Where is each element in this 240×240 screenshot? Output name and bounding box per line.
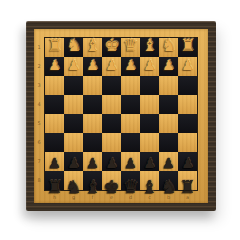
rank-label-1: 1	[34, 38, 44, 57]
black-bishop: ♝	[83, 177, 102, 196]
square-f1: ♝	[83, 38, 102, 57]
square-h6	[45, 133, 64, 152]
rank-label-4: 4	[34, 95, 44, 114]
square-d6	[121, 133, 140, 152]
square-b2: ♟	[159, 57, 178, 76]
black-king: ♚	[102, 177, 121, 196]
rank-label-6: 6	[34, 133, 44, 152]
white-pawn: ♟	[121, 56, 140, 75]
square-f3	[83, 76, 102, 95]
square-b1: ♞	[159, 38, 178, 57]
white-pawn: ♟	[140, 56, 159, 75]
square-c1: ♝	[140, 38, 159, 57]
square-a6	[178, 133, 197, 152]
square-b8: ♞	[159, 171, 178, 190]
square-b5	[159, 114, 178, 133]
black-pawn: ♟	[140, 154, 159, 173]
square-a5	[178, 114, 197, 133]
board-grid: ♜♞♝♚♛♝♞♜♟♟♟♟♟♟♟♟♟♟♟♟♟♟♟♟♜♞♝♚♛♝♞♜	[44, 37, 198, 191]
black-bishop: ♝	[140, 177, 159, 196]
black-knight: ♞	[64, 177, 83, 196]
white-pawn: ♟	[159, 56, 178, 75]
square-c4	[140, 95, 159, 114]
white-pawn: ♟	[102, 56, 121, 75]
square-g3	[64, 76, 83, 95]
square-g7: ♟	[64, 152, 83, 171]
square-d7: ♟	[121, 152, 140, 171]
square-b4	[159, 95, 178, 114]
square-h7: ♟	[45, 152, 64, 171]
white-bishop: ♝	[140, 36, 159, 55]
rank-label-2: 2	[34, 57, 44, 76]
square-f4	[83, 95, 102, 114]
square-d3	[121, 76, 140, 95]
square-h2: ♟	[45, 57, 64, 76]
square-a8: ♜	[178, 171, 197, 190]
white-knight: ♞	[64, 36, 83, 55]
white-bishop: ♝	[83, 36, 102, 55]
black-pawn: ♟	[159, 154, 178, 173]
black-rook: ♜	[45, 177, 64, 196]
square-f6	[83, 133, 102, 152]
square-a4	[178, 95, 197, 114]
black-rook: ♜	[178, 177, 197, 196]
square-a1: ♜	[178, 38, 197, 57]
square-e7: ♟	[102, 152, 121, 171]
square-f7: ♟	[83, 152, 102, 171]
square-e5	[102, 114, 121, 133]
black-pawn: ♟	[83, 154, 102, 173]
square-a2: ♟	[178, 57, 197, 76]
white-queen: ♛	[121, 36, 140, 55]
square-h8: ♜	[45, 171, 64, 190]
white-pawn: ♟	[178, 56, 197, 75]
square-e2: ♟	[102, 57, 121, 76]
square-h5	[45, 114, 64, 133]
square-a7: ♟	[178, 152, 197, 171]
square-f2: ♟	[83, 57, 102, 76]
square-e6	[102, 133, 121, 152]
square-h3	[45, 76, 64, 95]
rank-label-8: 8	[34, 171, 44, 190]
square-d4	[121, 95, 140, 114]
white-rook: ♜	[178, 36, 197, 55]
square-c3	[140, 76, 159, 95]
black-pawn: ♟	[121, 154, 140, 173]
square-g1: ♞	[64, 38, 83, 57]
white-pawn: ♟	[45, 56, 64, 75]
square-f8: ♝	[83, 171, 102, 190]
square-e8: ♚	[102, 171, 121, 190]
square-c6	[140, 133, 159, 152]
square-h4	[45, 95, 64, 114]
square-b3	[159, 76, 178, 95]
square-g8: ♞	[64, 171, 83, 190]
white-pawn: ♟	[64, 56, 83, 75]
white-rook: ♜	[45, 36, 64, 55]
square-g2: ♟	[64, 57, 83, 76]
white-king: ♚	[102, 36, 121, 55]
square-c8: ♝	[140, 171, 159, 190]
square-c2: ♟	[140, 57, 159, 76]
black-queen: ♛	[121, 177, 140, 196]
black-pawn: ♟	[102, 154, 121, 173]
square-a3	[178, 76, 197, 95]
square-e4	[102, 95, 121, 114]
square-g5	[64, 114, 83, 133]
square-f5	[83, 114, 102, 133]
square-g6	[64, 133, 83, 152]
white-pawn: ♟	[83, 56, 102, 75]
square-d8: ♛	[121, 171, 140, 190]
square-d1: ♛	[121, 38, 140, 57]
black-pawn: ♟	[64, 154, 83, 173]
chessboard: 12345678 hgfedcba ♜♞♝♚♛♝♞♜♟♟♟♟♟♟♟♟♟♟♟♟♟♟…	[26, 21, 216, 211]
square-b6	[159, 133, 178, 152]
square-g4	[64, 95, 83, 114]
square-b7: ♟	[159, 152, 178, 171]
square-c7: ♟	[140, 152, 159, 171]
square-c5	[140, 114, 159, 133]
square-d5	[121, 114, 140, 133]
rank-label-5: 5	[34, 114, 44, 133]
square-e3	[102, 76, 121, 95]
rank-label-3: 3	[34, 76, 44, 95]
square-h1: ♜	[45, 38, 64, 57]
square-d2: ♟	[121, 57, 140, 76]
white-knight: ♞	[159, 36, 178, 55]
black-knight: ♞	[159, 177, 178, 196]
black-pawn: ♟	[45, 154, 64, 173]
square-e1: ♚	[102, 38, 121, 57]
rank-labels: 12345678	[34, 38, 44, 190]
black-pawn: ♟	[178, 154, 197, 173]
rank-label-7: 7	[34, 152, 44, 171]
